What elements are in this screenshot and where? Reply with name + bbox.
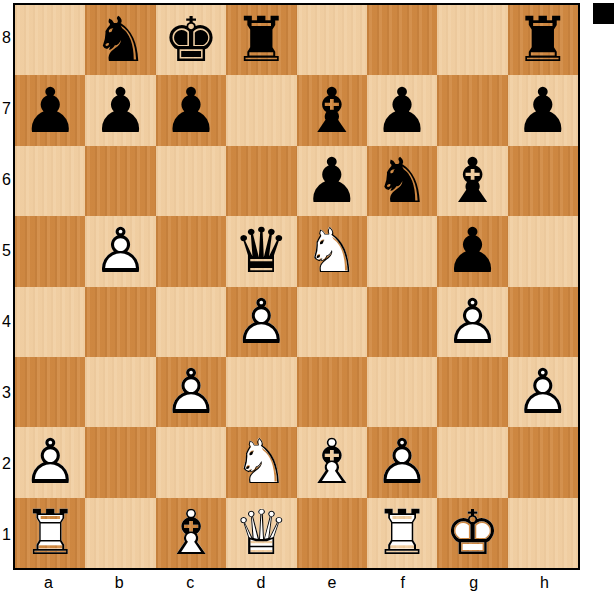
square-e6[interactable]: ♟ [297,146,367,216]
square-a1[interactable]: ♜♖ [15,498,85,568]
square-c1[interactable]: ♝♗ [156,498,226,568]
square-a4[interactable] [15,287,85,357]
file-label-e: e [297,570,368,595]
black-king-icon: ♚ [157,6,225,74]
square-f4[interactable] [367,287,437,357]
white-rook-icon: ♜♖ [368,499,436,567]
file-label-b: b [84,570,155,595]
square-a8[interactable] [15,5,85,75]
square-d2[interactable]: ♞♘ [226,427,296,497]
square-g6[interactable]: ♝ [437,146,507,216]
white-bishop-icon: ♝♗ [157,499,225,567]
black-pawn-icon: ♟ [438,217,506,285]
file-labels: abcdefgh [13,570,580,595]
square-g3[interactable] [437,357,507,427]
square-e1[interactable] [297,498,367,568]
file-label-d: d [226,570,297,595]
white-pawn-icon: ♟♙ [157,358,225,426]
square-d7[interactable] [226,75,296,145]
black-pawn-icon: ♟ [368,77,436,145]
square-c7[interactable]: ♟ [156,75,226,145]
white-pawn-icon: ♟♙ [368,428,436,496]
square-b1[interactable] [85,498,155,568]
square-g2[interactable] [437,427,507,497]
rank-label-8: 8 [0,3,13,74]
square-h3[interactable]: ♟♙ [508,357,578,427]
white-pawn-icon: ♟♙ [87,217,155,285]
square-a3[interactable] [15,357,85,427]
square-b5[interactable]: ♟♙ [85,216,155,286]
rank-label-1: 1 [0,499,13,570]
rank-label-3: 3 [0,357,13,428]
square-c3[interactable]: ♟♙ [156,357,226,427]
square-c4[interactable] [156,287,226,357]
square-h6[interactable] [508,146,578,216]
file-label-c: c [155,570,226,595]
square-b8[interactable]: ♞ [85,5,155,75]
square-f7[interactable]: ♟ [367,75,437,145]
board: ♞♚♜♜♟♟♟♝♟♟♟♞♝♟♙♛♞♘♟♟♙♟♙♟♙♟♙♟♙♞♘♝♗♟♙♜♖♝♗♛… [13,3,580,570]
square-a2[interactable]: ♟♙ [15,427,85,497]
square-a5[interactable] [15,216,85,286]
rank-labels: 87654321 [0,3,13,570]
square-g1[interactable]: ♚♔ [437,498,507,568]
black-bishop-icon: ♝ [438,147,506,215]
black-knight-icon: ♞ [368,147,436,215]
black-rook-icon: ♜ [227,6,295,74]
square-c2[interactable] [156,427,226,497]
black-knight-icon: ♞ [87,6,155,74]
square-c5[interactable] [156,216,226,286]
square-g8[interactable] [437,5,507,75]
square-d1[interactable]: ♛♕ [226,498,296,568]
square-c6[interactable] [156,146,226,216]
rank-label-5: 5 [0,216,13,287]
square-h8[interactable]: ♜ [508,5,578,75]
square-b7[interactable]: ♟ [85,75,155,145]
black-pawn-icon: ♟ [87,77,155,145]
black-pawn-icon: ♟ [157,77,225,145]
square-d4[interactable]: ♟♙ [226,287,296,357]
square-h5[interactable] [508,216,578,286]
white-knight-icon: ♞♘ [227,428,295,496]
white-rook-icon: ♜♖ [16,499,84,567]
white-bishop-icon: ♝♗ [298,428,366,496]
square-b4[interactable] [85,287,155,357]
white-pawn-icon: ♟♙ [227,288,295,356]
file-label-h: h [509,570,580,595]
square-g4[interactable]: ♟♙ [437,287,507,357]
black-pawn-icon: ♟ [509,77,577,145]
square-g7[interactable] [437,75,507,145]
square-b3[interactable] [85,357,155,427]
white-pawn-icon: ♟♙ [438,288,506,356]
square-f3[interactable] [367,357,437,427]
square-e4[interactable] [297,287,367,357]
square-a7[interactable]: ♟ [15,75,85,145]
square-h2[interactable] [508,427,578,497]
square-d8[interactable]: ♜ [226,5,296,75]
square-e5[interactable]: ♞♘ [297,216,367,286]
rank-label-2: 2 [0,428,13,499]
square-e2[interactable]: ♝♗ [297,427,367,497]
square-e7[interactable]: ♝ [297,75,367,145]
square-h1[interactable] [508,498,578,568]
square-d3[interactable] [226,357,296,427]
square-f5[interactable] [367,216,437,286]
square-d5[interactable]: ♛ [226,216,296,286]
square-h4[interactable] [508,287,578,357]
black-pawn-icon: ♟ [298,147,366,215]
square-b6[interactable] [85,146,155,216]
square-e8[interactable] [297,5,367,75]
square-a6[interactable] [15,146,85,216]
square-f1[interactable]: ♜♖ [367,498,437,568]
rank-label-4: 4 [0,287,13,358]
square-d6[interactable] [226,146,296,216]
white-pawn-icon: ♟♙ [509,358,577,426]
chess-diagram: 87654321 ♞♚♜♜♟♟♟♝♟♟♟♞♝♟♙♛♞♘♟♟♙♟♙♟♙♟♙♟♙♞♘… [0,0,614,595]
rank-label-7: 7 [0,74,13,145]
white-king-icon: ♚♔ [438,499,506,567]
file-label-f: f [367,570,438,595]
black-to-move-indicator [593,3,614,24]
white-pawn-icon: ♟♙ [16,428,84,496]
white-knight-icon: ♞♘ [298,217,366,285]
file-label-a: a [13,570,84,595]
black-rook-icon: ♜ [509,6,577,74]
square-g5[interactable]: ♟ [437,216,507,286]
square-b2[interactable] [85,427,155,497]
rank-label-6: 6 [0,145,13,216]
white-queen-icon: ♛♕ [227,499,295,567]
square-f6[interactable]: ♞ [367,146,437,216]
black-queen-icon: ♛ [227,217,295,285]
black-pawn-icon: ♟ [16,77,84,145]
square-e3[interactable] [297,357,367,427]
square-f2[interactable]: ♟♙ [367,427,437,497]
file-label-g: g [438,570,509,595]
square-f8[interactable] [367,5,437,75]
square-h7[interactable]: ♟ [508,75,578,145]
black-bishop-icon: ♝ [298,77,366,145]
square-c8[interactable]: ♚ [156,5,226,75]
